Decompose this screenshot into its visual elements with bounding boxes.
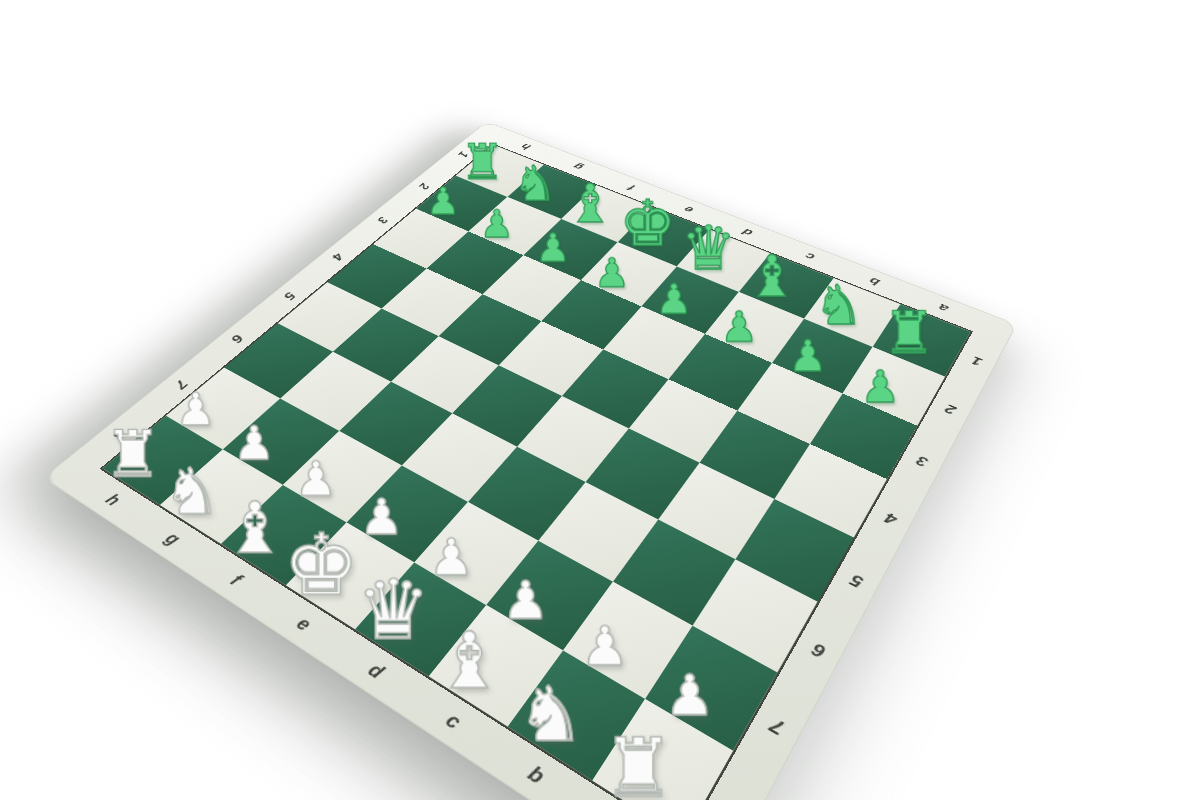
piece-white-pawn-b7[interactable]: ♟ xyxy=(580,621,629,673)
piece-green-knight-g1[interactable]: ♞ xyxy=(513,161,557,207)
piece-green-pawn-b2[interactable]: ♟ xyxy=(788,336,827,377)
piece-white-pawn-d7[interactable]: ♟ xyxy=(428,533,474,581)
piece-white-knight-g8[interactable]: ♞ xyxy=(163,462,221,523)
square-f5[interactable] xyxy=(391,336,499,413)
piece-green-pawn-g2[interactable]: ♟ xyxy=(480,206,514,242)
piece-white-knight-b8[interactable]: ♞ xyxy=(517,679,585,751)
piece-white-rook-a8[interactable]: ♜ xyxy=(602,729,675,800)
piece-white-pawn-h7[interactable]: ♟ xyxy=(175,388,216,431)
piece-green-knight-b1[interactable]: ♞ xyxy=(814,280,863,332)
board-grid: ♜♞♝♚♛♝♞♜♟♟♟♟♟♟♟♟♟♟♟♟♟♟♟♟♜♞♝♚♛♝♞♜ xyxy=(100,144,973,800)
piece-white-bishop-c8[interactable]: ♝ xyxy=(434,625,504,699)
piece-white-king-e8[interactable]: ♚ xyxy=(284,524,360,605)
piece-white-bishop-f8[interactable]: ♝ xyxy=(223,495,287,562)
piece-white-pawn-e7[interactable]: ♟ xyxy=(359,494,403,541)
chess-board: hgfedcba hgfedcba 12345678 12345678 ♜♞♝♚… xyxy=(43,121,1017,800)
piece-green-pawn-c2[interactable]: ♟ xyxy=(720,307,758,347)
piece-green-pawn-a2[interactable]: ♟ xyxy=(860,366,900,408)
piece-white-pawn-a7[interactable]: ♟ xyxy=(664,669,715,723)
photo-background: hgfedcba hgfedcba 12345678 12345678 ♜♞♝♚… xyxy=(0,0,1200,800)
piece-white-pawn-f7[interactable]: ♟ xyxy=(294,456,337,502)
piece-green-pawn-e2[interactable]: ♟ xyxy=(594,254,630,292)
board-scene: hgfedcba hgfedcba 12345678 12345678 ♜♞♝♚… xyxy=(0,0,1200,800)
piece-white-pawn-c7[interactable]: ♟ xyxy=(502,576,549,626)
piece-green-pawn-f2[interactable]: ♟ xyxy=(535,229,570,266)
piece-green-pawn-d2[interactable]: ♟ xyxy=(655,280,692,319)
piece-white-rook-h8[interactable]: ♜ xyxy=(104,424,162,485)
piece-white-pawn-g7[interactable]: ♟ xyxy=(233,421,275,465)
piece-white-queen-d8[interactable]: ♛ xyxy=(356,572,430,651)
